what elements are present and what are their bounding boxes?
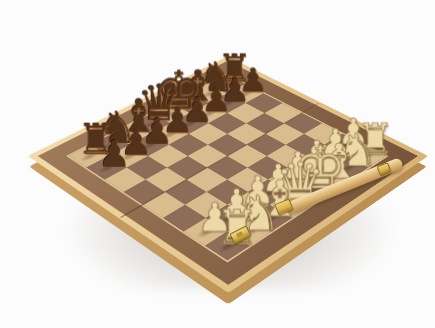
- square-f7[interactable]: ♟: [190, 103, 227, 123]
- piece-shadow: [158, 127, 182, 140]
- piece-shadow: [216, 78, 238, 90]
- board-3d-space: ♜♞♝♛♚♝♞♜♟♟♟♟♟♟♟♟♟♟♟♟♟♟♟♟♜♞♝♛♚♝♞♜: [0, 0, 435, 328]
- square-f8[interactable]: ♝: [172, 93, 209, 113]
- square-h4[interactable]: [284, 113, 322, 134]
- square-h6[interactable]: [246, 93, 283, 113]
- black-knight[interactable]: ♞: [199, 57, 235, 97]
- square-e5[interactable]: [208, 134, 247, 156]
- black-pawn[interactable]: ♟: [220, 74, 250, 108]
- chess-board-grid[interactable]: ♜♞♝♛♚♝♞♜♟♟♟♟♟♟♟♟♟♟♟♟♟♟♟♟♜♞♝♛♚♝♞♜: [69, 75, 386, 260]
- white-rook[interactable]: ♜: [216, 204, 259, 252]
- chess-set-product-photo: ♜♞♝♛♚♝♞♜♟♟♟♟♟♟♟♟♟♟♟♟♟♟♟♟♜♞♝♛♚♝♞♜: [0, 0, 435, 328]
- black-bishop[interactable]: ♝: [179, 64, 218, 107]
- piece-shadow: [179, 97, 202, 109]
- black-rook[interactable]: ♜: [218, 50, 252, 88]
- square-f6[interactable]: [208, 113, 246, 134]
- piece-shadow: [234, 88, 257, 100]
- black-pawn[interactable]: ♟: [201, 83, 232, 117]
- square-e7[interactable]: ♟: [171, 113, 209, 134]
- square-g5[interactable]: [246, 113, 284, 134]
- square-e8[interactable]: ♚: [153, 103, 190, 123]
- black-pawn[interactable]: ♟: [238, 64, 268, 97]
- black-pawn[interactable]: ♟: [182, 93, 213, 128]
- piece-shadow: [160, 107, 184, 120]
- piece-shadow: [216, 97, 239, 109]
- black-pawn[interactable]: ♟: [98, 136, 131, 173]
- piece-shadow: [198, 88, 221, 100]
- square-g8[interactable]: ♞: [191, 84, 227, 103]
- square-h7[interactable]: ♟: [227, 84, 263, 103]
- square-e6[interactable]: [189, 123, 227, 144]
- black-queen[interactable]: ♛: [137, 78, 182, 128]
- square-h5[interactable]: [265, 103, 302, 123]
- black-pawn[interactable]: ♟: [162, 103, 194, 138]
- black-king[interactable]: ♚: [155, 64, 203, 117]
- square-h8[interactable]: ♜: [209, 75, 245, 94]
- piece-shadow: [178, 117, 202, 130]
- piece-shadow: [197, 107, 220, 120]
- square-g7[interactable]: ♟: [209, 93, 246, 113]
- square-d6[interactable]: [169, 134, 208, 156]
- square-g6[interactable]: [227, 103, 264, 123]
- square-d7[interactable]: ♟: [150, 123, 188, 144]
- square-f5[interactable]: [227, 123, 265, 144]
